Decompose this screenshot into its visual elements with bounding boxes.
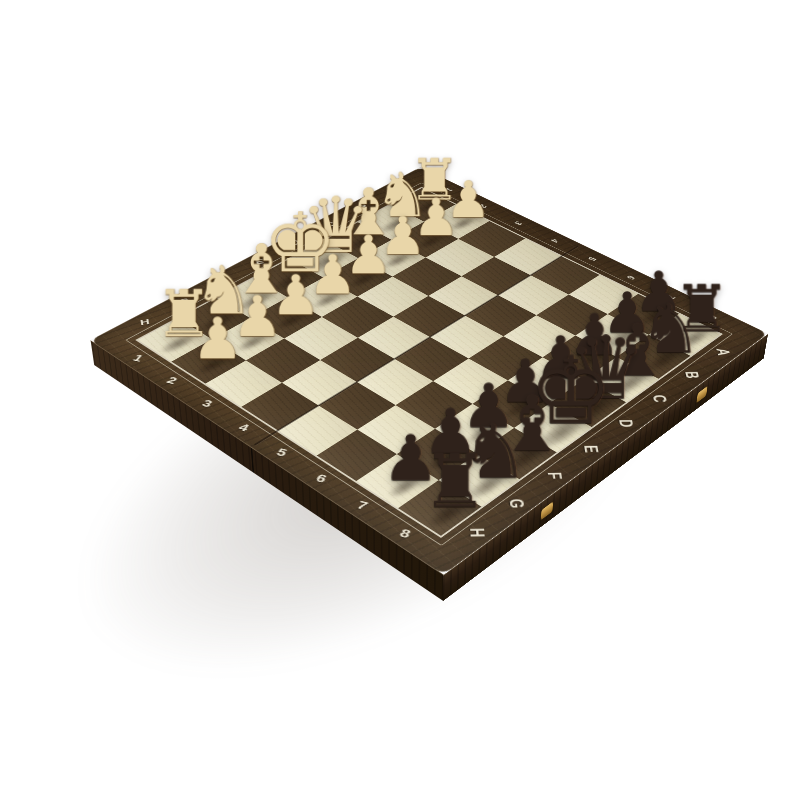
fold-seam-side — [251, 447, 254, 473]
brass-clasp-2 — [541, 501, 553, 520]
brass-clasp-1 — [696, 386, 707, 403]
scene: HH11GG22FF33EE44DD55CC66BB77AA88♜♟♞♟♝♟♛♟… — [0, 0, 800, 800]
piece-white-pawn-h2: ♟ — [189, 310, 247, 368]
chess-board: HH11GG22FF33EE44DD55CC66BB77AA88♜♟♞♟♝♟♛♟… — [90, 167, 769, 575]
product-photo-stage: HH11GG22FF33EE44DD55CC66BB77AA88♜♟♞♟♝♟♛♟… — [0, 0, 800, 800]
piece-black-rook-h8: ♜ — [418, 444, 492, 518]
square-f4 — [320, 338, 394, 382]
file-label-near-F: F — [540, 468, 567, 484]
